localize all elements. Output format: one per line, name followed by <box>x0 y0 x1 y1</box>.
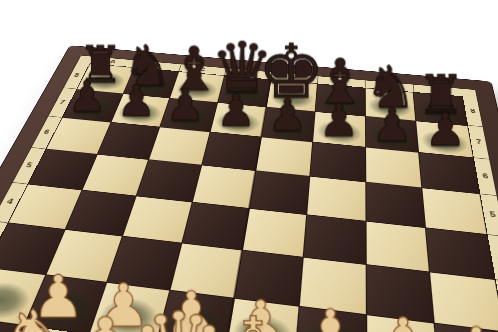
square-f5 <box>307 177 365 221</box>
square-f4 <box>304 215 366 264</box>
square-g5 <box>366 182 425 227</box>
square-g4 <box>366 221 429 271</box>
board-grid: ♜♞♝♛♚♝♞♜♟♟♟♟♟♟♟♟♟♟♟♟♟♟♟♟♜♞♝♛♚♝♞♜ <box>0 63 498 332</box>
square-h7: ♟ <box>417 121 473 157</box>
square-h6 <box>419 153 479 194</box>
piece-black-pawn-h7: ♟ <box>390 109 498 153</box>
product-photo-scene: ABCDEFGH ABCDEFGH 87654321 87654321 ♜♞♝♛… <box>0 0 498 332</box>
square-h2: ♟ <box>435 323 498 332</box>
square-c6 <box>149 127 209 164</box>
square-h4 <box>426 228 494 279</box>
piece-white-pawn-h2: ♟ <box>401 322 498 332</box>
chess-board: ABCDEFGH ABCDEFGH 87654321 87654321 ♜♞♝♛… <box>0 46 498 332</box>
